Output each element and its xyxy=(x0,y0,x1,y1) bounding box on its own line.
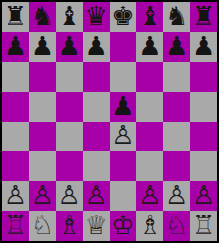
black-queen: ♛ xyxy=(84,3,107,29)
black-pawn: ♟ xyxy=(31,33,54,59)
white-pawn: ♙ xyxy=(111,122,134,148)
square-g1[interactable]: ♘ xyxy=(163,211,190,241)
white-pawn: ♙ xyxy=(165,182,188,208)
square-b3[interactable] xyxy=(29,151,56,181)
black-bishop: ♝ xyxy=(58,3,81,29)
black-pawn: ♟ xyxy=(138,33,161,59)
square-b5[interactable] xyxy=(29,92,56,122)
black-knight: ♞ xyxy=(31,3,54,29)
black-pawn: ♟ xyxy=(192,33,215,59)
square-f1[interactable]: ♗ xyxy=(136,211,163,241)
square-e2[interactable] xyxy=(110,181,137,211)
square-h6[interactable] xyxy=(190,62,217,92)
square-g5[interactable] xyxy=(163,92,190,122)
black-rook: ♜ xyxy=(192,3,215,29)
square-e3[interactable] xyxy=(110,151,137,181)
chess-board: ♜♞♝♛♚♝♞♜♟♟♟♟♟♟♟♟♙♙♙♙♙♙♙♙♖♘♗♕♔♗♘♖ xyxy=(2,2,217,241)
white-pawn: ♙ xyxy=(192,182,215,208)
white-knight: ♘ xyxy=(165,212,188,238)
square-c4[interactable] xyxy=(56,122,83,152)
black-pawn: ♟ xyxy=(111,93,134,119)
black-bishop: ♝ xyxy=(138,3,161,29)
square-h8[interactable]: ♜ xyxy=(190,2,217,32)
square-d7[interactable]: ♟ xyxy=(83,32,110,62)
black-pawn: ♟ xyxy=(4,33,27,59)
square-d8[interactable]: ♛ xyxy=(83,2,110,32)
square-e5[interactable]: ♟ xyxy=(110,92,137,122)
square-f7[interactable]: ♟ xyxy=(136,32,163,62)
white-bishop: ♗ xyxy=(138,212,161,238)
black-pawn: ♟ xyxy=(84,33,107,59)
white-pawn: ♙ xyxy=(84,182,107,208)
square-c3[interactable] xyxy=(56,151,83,181)
square-e8[interactable]: ♚ xyxy=(110,2,137,32)
square-c8[interactable]: ♝ xyxy=(56,2,83,32)
black-rook: ♜ xyxy=(4,3,27,29)
square-g3[interactable] xyxy=(163,151,190,181)
white-bishop: ♗ xyxy=(58,212,81,238)
square-e1[interactable]: ♔ xyxy=(110,211,137,241)
square-c7[interactable]: ♟ xyxy=(56,32,83,62)
square-a6[interactable] xyxy=(2,62,29,92)
white-pawn: ♙ xyxy=(4,182,27,208)
square-g4[interactable] xyxy=(163,122,190,152)
square-d3[interactable] xyxy=(83,151,110,181)
square-e4[interactable]: ♙ xyxy=(110,122,137,152)
square-b8[interactable]: ♞ xyxy=(29,2,56,32)
square-b7[interactable]: ♟ xyxy=(29,32,56,62)
square-b1[interactable]: ♘ xyxy=(29,211,56,241)
white-knight: ♘ xyxy=(31,212,54,238)
square-a8[interactable]: ♜ xyxy=(2,2,29,32)
square-g7[interactable]: ♟ xyxy=(163,32,190,62)
square-b2[interactable]: ♙ xyxy=(29,181,56,211)
white-pawn: ♙ xyxy=(138,182,161,208)
square-h2[interactable]: ♙ xyxy=(190,181,217,211)
square-f4[interactable] xyxy=(136,122,163,152)
square-d6[interactable] xyxy=(83,62,110,92)
square-f6[interactable] xyxy=(136,62,163,92)
square-f8[interactable]: ♝ xyxy=(136,2,163,32)
square-e7[interactable] xyxy=(110,32,137,62)
square-a3[interactable] xyxy=(2,151,29,181)
black-pawn: ♟ xyxy=(165,33,188,59)
black-king: ♚ xyxy=(111,3,134,29)
square-d2[interactable]: ♙ xyxy=(83,181,110,211)
white-pawn: ♙ xyxy=(58,182,81,208)
square-d1[interactable]: ♕ xyxy=(83,211,110,241)
black-pawn: ♟ xyxy=(58,33,81,59)
square-h5[interactable] xyxy=(190,92,217,122)
square-f2[interactable]: ♙ xyxy=(136,181,163,211)
white-rook: ♖ xyxy=(4,212,27,238)
square-d5[interactable] xyxy=(83,92,110,122)
square-g2[interactable]: ♙ xyxy=(163,181,190,211)
square-b6[interactable] xyxy=(29,62,56,92)
square-h7[interactable]: ♟ xyxy=(190,32,217,62)
square-c6[interactable] xyxy=(56,62,83,92)
square-a7[interactable]: ♟ xyxy=(2,32,29,62)
square-a4[interactable] xyxy=(2,122,29,152)
square-h3[interactable] xyxy=(190,151,217,181)
square-a1[interactable]: ♖ xyxy=(2,211,29,241)
white-king: ♔ xyxy=(111,212,134,238)
chess-board-frame: ♜♞♝♛♚♝♞♜♟♟♟♟♟♟♟♟♙♙♙♙♙♙♙♙♖♘♗♕♔♗♘♖ xyxy=(0,0,219,243)
square-h1[interactable]: ♖ xyxy=(190,211,217,241)
black-knight: ♞ xyxy=(165,3,188,29)
white-queen: ♕ xyxy=(84,212,107,238)
square-c1[interactable]: ♗ xyxy=(56,211,83,241)
square-f5[interactable] xyxy=(136,92,163,122)
square-h4[interactable] xyxy=(190,122,217,152)
square-c2[interactable]: ♙ xyxy=(56,181,83,211)
white-rook: ♖ xyxy=(192,212,215,238)
square-e6[interactable] xyxy=(110,62,137,92)
square-g6[interactable] xyxy=(163,62,190,92)
square-c5[interactable] xyxy=(56,92,83,122)
square-f3[interactable] xyxy=(136,151,163,181)
square-a5[interactable] xyxy=(2,92,29,122)
white-pawn: ♙ xyxy=(31,182,54,208)
square-d4[interactable] xyxy=(83,122,110,152)
square-b4[interactable] xyxy=(29,122,56,152)
square-g8[interactable]: ♞ xyxy=(163,2,190,32)
square-a2[interactable]: ♙ xyxy=(2,181,29,211)
